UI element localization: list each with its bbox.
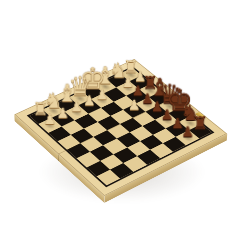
white-pawn-glyph: ♟ (96, 88, 108, 102)
white-pawn-glyph: ♟ (57, 106, 70, 120)
black-pawn-glyph: ♟ (181, 124, 194, 138)
product-photo: ♜♟♜♝♛♚♞♜♞♟♟♟♟♟♟♟♝♟♚♟♛♟♝♟♞♟♜♟ (0, 0, 250, 250)
fold-seam-edge (58, 154, 59, 161)
white-pawn-glyph: ♟ (83, 94, 95, 108)
square-h6 (163, 137, 186, 152)
white-pawn-glyph: ♟ (70, 100, 82, 114)
white-pawn-glyph: ♟ (44, 112, 57, 126)
white-pawn-glyph: ♟ (128, 98, 140, 112)
